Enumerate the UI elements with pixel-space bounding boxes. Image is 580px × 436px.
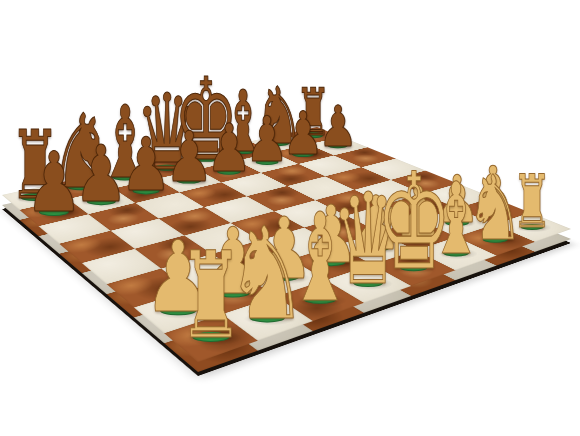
black-pawn-glyph: ♟ bbox=[318, 98, 358, 155]
chess-set-photo: ♜♞♝♛♚♝♞♜♟♟♟♟♟♟♟♟♟♟♟♟♟♟♟♟♜♞♝♛♚♝♞♜ bbox=[0, 0, 580, 436]
white-rook-glyph: ♜ bbox=[513, 165, 552, 238]
